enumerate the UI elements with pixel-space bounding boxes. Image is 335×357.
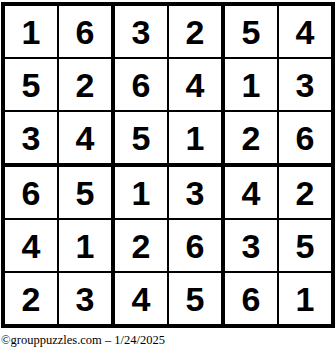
page: 163254526413345126651342412635234561 ©gr…: [0, 2, 335, 357]
copyright-text: ©grouppuzzles.com – 1/24/2025: [0, 333, 335, 348]
cell-r6c6: 1: [279, 273, 331, 324]
cell-r1c2: 6: [59, 6, 115, 59]
cell-r2c1: 5: [5, 59, 59, 112]
cell-r2c4: 4: [169, 59, 225, 112]
cell-r2c5: 1: [225, 59, 279, 112]
cell-r2c3: 6: [115, 59, 169, 112]
cell-r2c2: 2: [59, 59, 115, 112]
cell-r6c2: 3: [59, 273, 115, 324]
cell-r5c5: 3: [225, 220, 279, 273]
cell-r5c4: 6: [169, 220, 225, 273]
cell-r3c2: 4: [59, 112, 115, 167]
cell-r6c4: 5: [169, 273, 225, 324]
cell-r3c5: 2: [225, 112, 279, 167]
cell-r1c5: 5: [225, 6, 279, 59]
cell-r5c6: 5: [279, 220, 331, 273]
cell-r4c2: 5: [59, 167, 115, 220]
cell-r1c4: 2: [169, 6, 225, 59]
cell-r3c6: 6: [279, 112, 331, 167]
cell-r2c6: 3: [279, 59, 331, 112]
cell-r1c1: 1: [5, 6, 59, 59]
cell-r5c2: 1: [59, 220, 115, 273]
cell-r3c4: 1: [169, 112, 225, 167]
cell-r4c5: 4: [225, 167, 279, 220]
cell-r4c1: 6: [5, 167, 59, 220]
sudoku-board: 163254526413345126651342412635234561: [1, 2, 335, 328]
cell-r3c3: 5: [115, 112, 169, 167]
cell-r4c4: 3: [169, 167, 225, 220]
cell-r4c6: 2: [279, 167, 331, 220]
cell-r6c5: 6: [225, 273, 279, 324]
cell-r1c6: 4: [279, 6, 331, 59]
cell-r5c1: 4: [5, 220, 59, 273]
cell-r6c3: 4: [115, 273, 169, 324]
cell-r4c3: 1: [115, 167, 169, 220]
cell-r1c3: 3: [115, 6, 169, 59]
cell-r3c1: 3: [5, 112, 59, 167]
cell-r5c3: 2: [115, 220, 169, 273]
cell-r6c1: 2: [5, 273, 59, 324]
